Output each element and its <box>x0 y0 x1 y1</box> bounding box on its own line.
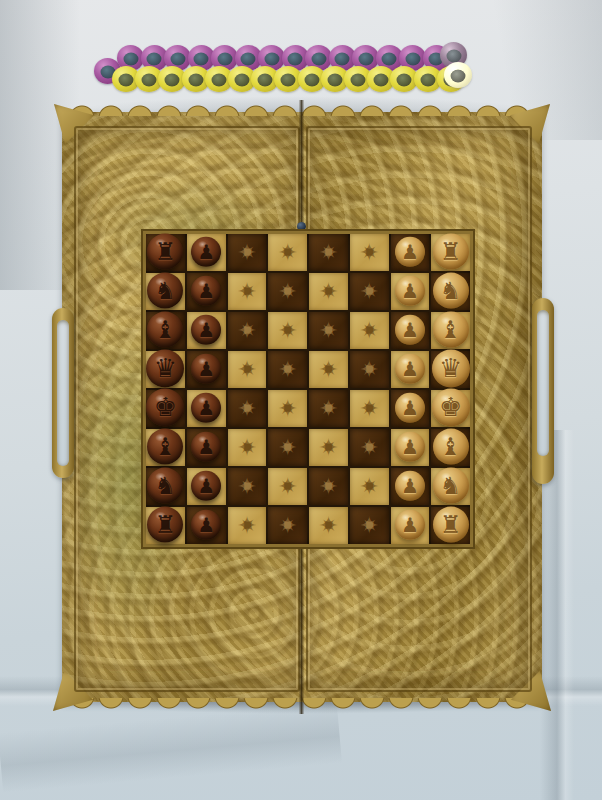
piece-glyph: ♞ <box>440 276 462 304</box>
chess-piece-bB[interactable]: ♝ <box>147 311 183 347</box>
chess-piece-wQ[interactable]: ♛ <box>432 349 470 387</box>
board-square[interactable]: ✦✦♟ <box>187 390 226 427</box>
star-carving-icon: ✦ <box>302 460 356 514</box>
yellow-token[interactable] <box>444 62 472 88</box>
board-square[interactable]: ✦✦♝ <box>431 312 470 349</box>
chess-piece-wB[interactable]: ♝ <box>433 428 469 464</box>
cloth-fold <box>0 703 342 792</box>
piece-glyph: ♟ <box>197 317 215 341</box>
star-carving-icon: ✦ <box>268 507 307 544</box>
board-square[interactable]: ✦✦ <box>350 390 389 427</box>
star-carving-icon: ✦ <box>350 234 389 271</box>
piece-glyph: ♟ <box>401 317 419 341</box>
token-paint-center <box>451 69 466 82</box>
piece-glyph: ♟ <box>197 278 215 302</box>
chess-piece-wP[interactable]: ♟ <box>395 236 425 266</box>
star-carving-icon: ✦ <box>228 507 267 544</box>
board-square[interactable]: ✦✦ <box>228 234 267 271</box>
chess-piece-wB[interactable]: ♝ <box>433 311 469 347</box>
star-carving-icon: ✦ <box>309 429 348 466</box>
board-square[interactable]: ✦✦ <box>228 429 267 466</box>
star-carving-icon: ✦ <box>268 234 307 271</box>
star-carving-icon: ✦ <box>302 343 356 397</box>
token-paint-center <box>288 52 303 65</box>
chess-piece-wN[interactable]: ♞ <box>433 467 469 503</box>
board-square[interactable]: ✦✦♟ <box>187 312 226 349</box>
chess-piece-wP[interactable]: ♟ <box>395 353 425 383</box>
board-square[interactable]: ✦✦♚ <box>431 390 470 427</box>
star-carving-icon: ✦ <box>342 382 396 436</box>
board-square[interactable]: ✦✦ <box>350 429 389 466</box>
piece-glyph: ♟ <box>401 278 419 302</box>
chess-piece-bP[interactable]: ♟ <box>191 509 221 539</box>
board-square[interactable]: ✦✦ <box>350 234 389 271</box>
star-carving-icon: ✦ <box>220 421 274 475</box>
token-paint-center <box>142 73 157 86</box>
chess-piece-wR[interactable]: ♜ <box>433 233 469 269</box>
star-carving-icon: ✦ <box>302 499 356 553</box>
board-square[interactable]: ✦✦♜ <box>431 234 470 271</box>
chess-piece-bP[interactable]: ♟ <box>191 236 221 266</box>
star-carving-icon: ✦ <box>342 421 396 475</box>
board-square[interactable]: ✦✦ <box>268 507 307 544</box>
token-paint-center <box>420 73 435 86</box>
token-paint-center <box>327 73 342 86</box>
board-square[interactable]: ✦✦ <box>228 390 267 427</box>
chess-piece-bP[interactable]: ♟ <box>191 470 221 500</box>
star-carving-icon: ✦ <box>261 382 315 436</box>
token-paint-center <box>405 52 420 65</box>
piece-glyph: ♟ <box>197 395 215 419</box>
chess-piece-wK[interactable]: ♚ <box>432 388 470 426</box>
board-square[interactable]: ✦✦ <box>350 468 389 505</box>
chess-piece-wN[interactable]: ♞ <box>433 272 469 308</box>
board-square[interactable]: ✦✦ <box>309 351 348 388</box>
piece-glyph: ♜ <box>155 510 177 538</box>
piece-glyph: ♟ <box>401 473 419 497</box>
chess-piece-wP[interactable]: ♟ <box>395 314 425 344</box>
board-square[interactable]: ✦✦♝ <box>431 429 470 466</box>
star-carving-icon: ✦ <box>309 273 348 310</box>
board-square[interactable]: ✦✦ <box>268 429 307 466</box>
board-square[interactable]: ✦✦♞ <box>431 273 470 310</box>
carry-handle-right[interactable] <box>532 298 554 484</box>
token-paint-center <box>374 73 389 86</box>
carry-handle-left[interactable] <box>52 308 74 478</box>
star-carving-icon: ✦ <box>309 234 348 271</box>
board-square[interactable]: ✦✦♜ <box>146 234 185 271</box>
star-carving-icon: ✦ <box>220 304 274 358</box>
chess-piece-bP[interactable]: ♟ <box>191 314 221 344</box>
board-square[interactable]: ✦✦♚ <box>146 390 185 427</box>
token-paint-center <box>311 52 326 65</box>
chess-piece-bR[interactable]: ♜ <box>147 506 183 542</box>
piece-glyph: ♟ <box>197 356 215 380</box>
board-square[interactable]: ✦✦♞ <box>146 273 185 310</box>
star-carving-icon: ✦ <box>220 265 274 319</box>
board-square[interactable]: ✦✦ <box>268 273 307 310</box>
board-square[interactable]: ✦✦ <box>309 312 348 349</box>
board-square[interactable]: ✦✦♟ <box>187 273 226 310</box>
piece-glyph: ♛ <box>154 353 177 383</box>
star-carving-icon: ✦ <box>309 390 348 427</box>
star-carving-icon: ✦ <box>220 382 274 436</box>
star-carving-icon: ✦ <box>342 265 396 319</box>
star-carving-icon: ✦ <box>342 226 396 280</box>
star-carving-icon: ✦ <box>261 343 315 397</box>
chess-piece-wR[interactable]: ♜ <box>433 506 469 542</box>
board-square[interactable]: ✦✦♜ <box>431 507 470 544</box>
token-paint-center <box>123 52 138 65</box>
board-square[interactable]: ✦✦ <box>309 390 348 427</box>
token-paint-center <box>165 73 180 86</box>
board-square[interactable]: ✦✦ <box>309 507 348 544</box>
board-square[interactable]: ✦✦ <box>228 312 267 349</box>
piece-glyph: ♟ <box>401 512 419 536</box>
spare-token-rows <box>0 0 602 110</box>
board-square[interactable]: ✦✦ <box>309 468 348 505</box>
star-carving-icon: ✦ <box>261 499 315 553</box>
star-carving-icon: ✦ <box>350 351 389 388</box>
chess-piece-wP[interactable]: ♟ <box>395 470 425 500</box>
board-square[interactable]: ✦✦♟ <box>391 390 430 427</box>
handle-slot <box>537 310 549 456</box>
token-paint-center <box>147 52 162 65</box>
token-paint-center <box>188 73 203 86</box>
chess-piece-bR[interactable]: ♜ <box>147 233 183 269</box>
board-square[interactable]: ✦✦ <box>350 351 389 388</box>
star-carving-icon: ✦ <box>302 382 356 436</box>
piece-glyph: ♚ <box>154 392 177 422</box>
board-square[interactable]: ✦✦ <box>228 351 267 388</box>
piece-glyph: ♟ <box>197 434 215 458</box>
board-square[interactable]: ✦✦♟ <box>187 468 226 505</box>
star-carving-icon: ✦ <box>261 421 315 475</box>
token-paint-center <box>304 73 319 86</box>
token-paint-center <box>335 52 350 65</box>
star-carving-icon: ✦ <box>302 226 356 280</box>
star-carving-icon: ✦ <box>228 468 267 505</box>
board-square[interactable]: ✦✦ <box>350 273 389 310</box>
star-carving-icon: ✦ <box>220 460 274 514</box>
board-square[interactable]: ✦✦♟ <box>391 507 430 544</box>
board-square[interactable]: ✦✦ <box>268 234 307 271</box>
piece-glyph: ♚ <box>439 392 462 422</box>
star-carving-icon: ✦ <box>220 343 274 397</box>
carved-chess-board: ✦✦♜✦✦♟✦✦✦✦✦✦✦✦✦✦♟✦✦♜✦✦♞✦✦♟✦✦✦✦✦✦✦✦✦✦♟✦✦♞… <box>62 112 542 702</box>
chess-piece-bN[interactable]: ♞ <box>147 467 183 503</box>
board-square[interactable]: ✦✦ <box>268 390 307 427</box>
token-paint-center <box>241 52 256 65</box>
star-carving-icon: ✦ <box>350 468 389 505</box>
board-square[interactable]: ✦✦ <box>268 351 307 388</box>
star-carving-icon: ✦ <box>309 351 348 388</box>
piece-glyph: ♟ <box>401 239 419 263</box>
star-carving-icon: ✦ <box>220 499 274 553</box>
star-carving-icon: ✦ <box>228 351 267 388</box>
board-square[interactable]: ✦✦♟ <box>391 273 430 310</box>
chess-piece-bN[interactable]: ♞ <box>147 272 183 308</box>
token-paint-center <box>119 73 134 86</box>
star-carving-icon: ✦ <box>261 304 315 358</box>
token-paint-center <box>264 52 279 65</box>
piece-glyph: ♟ <box>401 434 419 458</box>
star-carving-icon: ✦ <box>228 273 267 310</box>
board-square[interactable]: ✦✦♟ <box>391 429 430 466</box>
piece-glyph: ♟ <box>401 356 419 380</box>
star-carving-icon: ✦ <box>261 226 315 280</box>
board-square[interactable]: ✦✦ <box>228 273 267 310</box>
token-paint-center <box>258 73 273 86</box>
piece-glyph: ♜ <box>440 510 462 538</box>
board-square[interactable]: ✦✦ <box>309 234 348 271</box>
board-square[interactable]: ✦✦♞ <box>146 468 185 505</box>
photo-scene: ✦✦♜✦✦♟✦✦✦✦✦✦✦✦✦✦♟✦✦♜✦✦♞✦✦♟✦✦✦✦✦✦✦✦✦✦♟✦✦♞… <box>0 0 602 800</box>
star-carving-icon: ✦ <box>309 468 348 505</box>
star-carving-icon: ✦ <box>350 429 389 466</box>
piece-glyph: ♟ <box>197 239 215 263</box>
star-carving-icon: ✦ <box>302 304 356 358</box>
board-square[interactable]: ✦✦ <box>228 468 267 505</box>
star-carving-icon: ✦ <box>342 499 396 553</box>
token-paint-center <box>194 52 209 65</box>
star-carving-icon: ✦ <box>302 421 356 475</box>
piece-glyph: ♝ <box>440 315 462 343</box>
piece-glyph: ♝ <box>440 432 462 460</box>
chess-piece-wP[interactable]: ♟ <box>395 275 425 305</box>
star-carving-icon: ✦ <box>228 429 267 466</box>
piece-glyph: ♟ <box>197 473 215 497</box>
chess-piece-bP[interactable]: ♟ <box>191 392 221 422</box>
board-square[interactable]: ✦✦ <box>309 273 348 310</box>
clasp <box>297 222 306 231</box>
star-carving-icon: ✦ <box>342 304 396 358</box>
chess-piece-bP[interactable]: ♟ <box>191 275 221 305</box>
board-square[interactable]: ✦✦♛ <box>431 351 470 388</box>
board-square[interactable]: ✦✦♝ <box>146 429 185 466</box>
board-square[interactable]: ✦✦ <box>268 312 307 349</box>
piece-glyph: ♞ <box>155 276 177 304</box>
star-carving-icon: ✦ <box>228 312 267 349</box>
star-carving-icon: ✦ <box>342 460 396 514</box>
chess-piece-bB[interactable]: ♝ <box>147 428 183 464</box>
star-carving-icon: ✦ <box>228 234 267 271</box>
board-square[interactable]: ✦✦♟ <box>391 234 430 271</box>
token-paint-center <box>358 52 373 65</box>
piece-glyph: ♝ <box>155 432 177 460</box>
chess-piece-bP[interactable]: ♟ <box>191 431 221 461</box>
board-square[interactable]: ✦✦♞ <box>431 468 470 505</box>
token-paint-center <box>382 52 397 65</box>
board-square[interactable]: ✦✦♛ <box>146 351 185 388</box>
board-square[interactable]: ✦✦ <box>350 507 389 544</box>
board-square[interactable]: ✦✦ <box>350 312 389 349</box>
board-square[interactable]: ✦✦ <box>268 468 307 505</box>
piece-glyph: ♟ <box>197 512 215 536</box>
board-square[interactable]: ✦✦ <box>228 507 267 544</box>
token-paint-center <box>351 73 366 86</box>
piece-glyph: ♝ <box>155 315 177 343</box>
star-carving-icon: ✦ <box>309 312 348 349</box>
star-carving-icon: ✦ <box>350 312 389 349</box>
piece-glyph: ♞ <box>440 471 462 499</box>
piece-glyph: ♜ <box>440 237 462 265</box>
piece-glyph: ♞ <box>155 471 177 499</box>
star-carving-icon: ✦ <box>342 343 396 397</box>
board-square[interactable]: ✦✦♟ <box>391 312 430 349</box>
handle-slot <box>57 320 69 466</box>
chess-grid: ✦✦♜✦✦♟✦✦✦✦✦✦✦✦✦✦♟✦✦♜✦✦♞✦✦♟✦✦✦✦✦✦✦✦✦✦♟✦✦♞… <box>143 231 473 547</box>
board-square[interactable]: ✦✦♟ <box>187 234 226 271</box>
board-square[interactable]: ✦✦♜ <box>146 507 185 544</box>
board-square[interactable]: ✦✦♟ <box>391 468 430 505</box>
star-carving-icon: ✦ <box>268 390 307 427</box>
chess-piece-bP[interactable]: ♟ <box>191 353 221 383</box>
chess-piece-wP[interactable]: ♟ <box>395 392 425 422</box>
piece-glyph: ♛ <box>439 353 462 383</box>
board-square[interactable]: ✦✦♝ <box>146 312 185 349</box>
token-paint-center <box>281 73 296 86</box>
star-carving-icon: ✦ <box>268 351 307 388</box>
token-paint-center <box>217 52 232 65</box>
piece-glyph: ♟ <box>401 395 419 419</box>
board-square[interactable]: ✦✦♟ <box>391 351 430 388</box>
board-square[interactable]: ✦✦♟ <box>187 351 226 388</box>
chess-piece-bK[interactable]: ♚ <box>146 388 184 426</box>
star-carving-icon: ✦ <box>261 460 315 514</box>
star-carving-icon: ✦ <box>268 468 307 505</box>
token-paint-center <box>211 73 226 86</box>
board-square[interactable]: ✦✦♟ <box>187 507 226 544</box>
token-paint-center <box>397 73 412 86</box>
star-carving-icon: ✦ <box>350 390 389 427</box>
board-square[interactable]: ✦✦♟ <box>187 429 226 466</box>
board-square[interactable]: ✦✦ <box>309 429 348 466</box>
star-carving-icon: ✦ <box>228 390 267 427</box>
star-carving-icon: ✦ <box>302 265 356 319</box>
star-carving-icon: ✦ <box>350 507 389 544</box>
star-carving-icon: ✦ <box>261 265 315 319</box>
star-carving-icon: ✦ <box>268 273 307 310</box>
token-paint-center <box>170 52 185 65</box>
chess-piece-wP[interactable]: ♟ <box>395 431 425 461</box>
cloth-fold <box>540 430 574 800</box>
star-carving-icon: ✦ <box>268 429 307 466</box>
chess-piece-bQ[interactable]: ♛ <box>146 349 184 387</box>
star-carving-icon: ✦ <box>268 312 307 349</box>
chess-piece-wP[interactable]: ♟ <box>395 509 425 539</box>
piece-glyph: ♜ <box>155 237 177 265</box>
star-carving-icon: ✦ <box>220 226 274 280</box>
token-paint-center <box>235 73 250 86</box>
star-carving-icon: ✦ <box>350 273 389 310</box>
token-paint-center <box>446 49 461 62</box>
star-carving-icon: ✦ <box>309 507 348 544</box>
